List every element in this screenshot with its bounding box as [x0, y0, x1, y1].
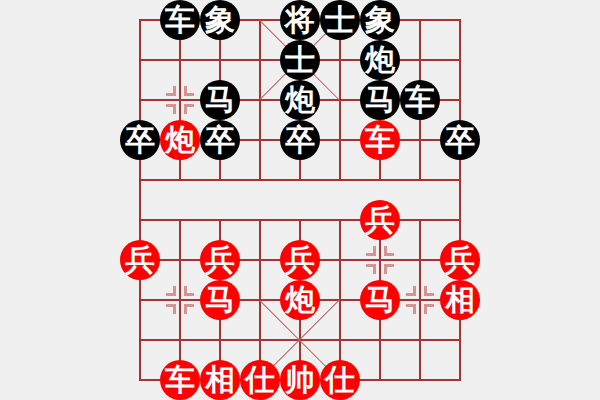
piece-black-general[interactable]: 将: [280, 0, 320, 40]
point-marker-corner: [184, 104, 194, 114]
piece-red-soldier[interactable]: 兵: [440, 240, 480, 280]
piece-red-advisor[interactable]: 仕: [320, 360, 360, 400]
piece-black-elephant[interactable]: 象: [360, 0, 400, 40]
piece-red-soldier[interactable]: 兵: [360, 200, 400, 240]
grid-line: [459, 19, 461, 381]
grid-line: [139, 19, 141, 381]
point-marker-corner: [184, 86, 194, 96]
piece-black-soldier[interactable]: 卒: [280, 120, 320, 160]
grid-line: [179, 219, 181, 381]
piece-black-soldier[interactable]: 卒: [120, 120, 160, 160]
piece-black-advisor[interactable]: 士: [280, 40, 320, 80]
piece-black-elephant[interactable]: 象: [200, 0, 240, 40]
point-marker-corner: [366, 264, 376, 274]
piece-black-horse[interactable]: 马: [360, 80, 400, 120]
piece-black-cannon[interactable]: 炮: [280, 80, 320, 120]
point-marker-corner: [384, 264, 394, 274]
point-marker-corner: [406, 286, 416, 296]
piece-red-general[interactable]: 帅: [280, 360, 320, 400]
piece-red-advisor[interactable]: 仕: [240, 360, 280, 400]
piece-black-chariot[interactable]: 车: [400, 80, 440, 120]
piece-red-soldier[interactable]: 兵: [200, 240, 240, 280]
point-marker-corner: [366, 246, 376, 256]
xiangqi-board[interactable]: 车象将士象士炮马炮马车卒卒卒卒炮车兵兵兵兵兵马炮马相车相仕帅仕: [140, 20, 460, 380]
point-marker-corner: [406, 304, 416, 314]
piece-red-cannon[interactable]: 炮: [280, 280, 320, 320]
point-marker-corner: [184, 286, 194, 296]
piece-black-cannon[interactable]: 炮: [360, 40, 400, 80]
point-marker-corner: [166, 304, 176, 314]
point-marker-corner: [424, 304, 434, 314]
piece-red-cannon[interactable]: 炮: [160, 120, 200, 160]
point-marker-corner: [384, 246, 394, 256]
piece-black-advisor[interactable]: 士: [320, 0, 360, 40]
point-marker-corner: [166, 86, 176, 96]
piece-red-elephant[interactable]: 相: [200, 360, 240, 400]
piece-red-elephant[interactable]: 相: [440, 280, 480, 320]
piece-red-soldier[interactable]: 兵: [120, 240, 160, 280]
piece-black-soldier[interactable]: 卒: [200, 120, 240, 160]
piece-black-soldier[interactable]: 卒: [440, 120, 480, 160]
piece-red-chariot[interactable]: 车: [360, 120, 400, 160]
piece-red-soldier[interactable]: 兵: [280, 240, 320, 280]
xiangqi-diagram: { "game": "xiangqi", "position": { "fen"…: [0, 0, 600, 400]
point-marker-corner: [166, 286, 176, 296]
piece-red-chariot[interactable]: 车: [160, 360, 200, 400]
grid-line: [419, 219, 421, 381]
piece-red-horse[interactable]: 马: [200, 280, 240, 320]
piece-red-horse[interactable]: 马: [360, 280, 400, 320]
point-marker-corner: [424, 286, 434, 296]
point-marker-corner: [184, 304, 194, 314]
point-marker-corner: [166, 104, 176, 114]
piece-black-horse[interactable]: 马: [200, 80, 240, 120]
piece-black-chariot[interactable]: 车: [160, 0, 200, 40]
